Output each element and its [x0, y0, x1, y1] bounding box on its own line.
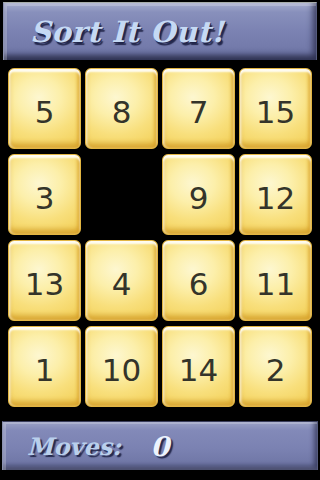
tile-1[interactable]: 1	[8, 326, 81, 407]
tile-2[interactable]: 2	[239, 326, 312, 407]
moves-label: Moves:	[27, 432, 121, 461]
tile-13[interactable]: 13	[8, 240, 81, 321]
tile-7[interactable]: 7	[162, 68, 235, 149]
tile-4[interactable]: 4	[85, 240, 158, 321]
tile-14[interactable]: 14	[162, 326, 235, 407]
tile-8[interactable]: 8	[85, 68, 158, 149]
app-screen: Sort It Out! 587153912134611110142 Moves…	[0, 2, 320, 470]
moves-bar: Moves: 0	[2, 421, 318, 470]
empty-cell	[85, 154, 158, 235]
tile-11[interactable]: 11	[239, 240, 312, 321]
tile-3[interactable]: 3	[8, 154, 81, 235]
tile-5[interactable]: 5	[8, 68, 81, 149]
tile-9[interactable]: 9	[162, 154, 235, 235]
moves-count: 0	[151, 431, 170, 462]
puzzle-board: 587153912134611110142	[0, 60, 320, 421]
title-bar: Sort It Out!	[3, 2, 317, 60]
tile-10[interactable]: 10	[85, 326, 158, 407]
tile-12[interactable]: 12	[239, 154, 312, 235]
app-title: Sort It Out!	[30, 15, 225, 49]
tile-6[interactable]: 6	[162, 240, 235, 321]
tile-15[interactable]: 15	[239, 68, 312, 149]
